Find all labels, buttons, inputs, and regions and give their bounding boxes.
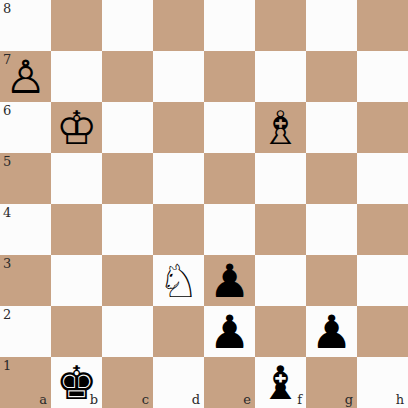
- square-d3[interactable]: ♘: [153, 255, 204, 306]
- square-c3[interactable]: [102, 255, 153, 306]
- square-c4[interactable]: [102, 204, 153, 255]
- square-b2[interactable]: [51, 306, 102, 357]
- file-label-d: d: [192, 392, 200, 407]
- square-g7[interactable]: [306, 51, 357, 102]
- square-e5[interactable]: [204, 153, 255, 204]
- square-g3[interactable]: [306, 255, 357, 306]
- square-d4[interactable]: [153, 204, 204, 255]
- piece-black-bishop[interactable]: ♝: [255, 357, 306, 408]
- square-f2[interactable]: [255, 306, 306, 357]
- square-a8[interactable]: 8: [0, 0, 51, 51]
- square-f5[interactable]: [255, 153, 306, 204]
- square-b1[interactable]: b♚: [51, 357, 102, 408]
- square-c1[interactable]: c: [102, 357, 153, 408]
- file-label-h: h: [396, 392, 404, 407]
- file-label-e: e: [243, 392, 251, 407]
- rank-label-4: 4: [3, 205, 11, 220]
- piece-white-bishop[interactable]: ♗: [255, 102, 306, 153]
- square-a6[interactable]: 6: [0, 102, 51, 153]
- piece-black-pawn[interactable]: ♟: [306, 306, 357, 357]
- file-label-g: g: [345, 392, 353, 407]
- square-a5[interactable]: 5: [0, 153, 51, 204]
- square-g5[interactable]: [306, 153, 357, 204]
- square-f6[interactable]: ♗: [255, 102, 306, 153]
- square-c6[interactable]: [102, 102, 153, 153]
- square-f8[interactable]: [255, 0, 306, 51]
- square-g2[interactable]: ♟: [306, 306, 357, 357]
- rank-label-6: 6: [3, 103, 11, 118]
- square-a3[interactable]: 3: [0, 255, 51, 306]
- square-d2[interactable]: [153, 306, 204, 357]
- rank-label-5: 5: [3, 154, 11, 169]
- rank-label-3: 3: [3, 256, 11, 271]
- square-h2[interactable]: [357, 306, 408, 357]
- square-e8[interactable]: [204, 0, 255, 51]
- chess-board: 87♙6♔♗543♘♟2♟♟1ab♚cdef♝gh: [0, 0, 408, 408]
- square-c2[interactable]: [102, 306, 153, 357]
- square-b7[interactable]: [51, 51, 102, 102]
- square-f1[interactable]: f♝: [255, 357, 306, 408]
- piece-white-knight[interactable]: ♘: [153, 255, 204, 306]
- rank-label-2: 2: [3, 307, 11, 322]
- square-h7[interactable]: [357, 51, 408, 102]
- square-e1[interactable]: e: [204, 357, 255, 408]
- square-h3[interactable]: [357, 255, 408, 306]
- square-h1[interactable]: h: [357, 357, 408, 408]
- piece-white-pawn[interactable]: ♙: [0, 51, 51, 102]
- square-d6[interactable]: [153, 102, 204, 153]
- square-h5[interactable]: [357, 153, 408, 204]
- square-b3[interactable]: [51, 255, 102, 306]
- square-e2[interactable]: ♟: [204, 306, 255, 357]
- piece-black-pawn[interactable]: ♟: [204, 306, 255, 357]
- square-h8[interactable]: [357, 0, 408, 51]
- piece-black-king[interactable]: ♚: [51, 357, 102, 408]
- square-f4[interactable]: [255, 204, 306, 255]
- square-h4[interactable]: [357, 204, 408, 255]
- square-b5[interactable]: [51, 153, 102, 204]
- square-g6[interactable]: [306, 102, 357, 153]
- file-label-c: c: [142, 392, 149, 407]
- piece-black-pawn[interactable]: ♟: [204, 255, 255, 306]
- square-a7[interactable]: 7♙: [0, 51, 51, 102]
- square-g8[interactable]: [306, 0, 357, 51]
- rank-label-8: 8: [3, 1, 11, 16]
- square-c7[interactable]: [102, 51, 153, 102]
- square-a1[interactable]: 1a: [0, 357, 51, 408]
- square-g1[interactable]: g: [306, 357, 357, 408]
- file-label-a: a: [39, 392, 47, 407]
- rank-label-1: 1: [3, 358, 11, 373]
- chess-board-container: 87♙6♔♗543♘♟2♟♟1ab♚cdef♝gh: [0, 0, 408, 408]
- square-e4[interactable]: [204, 204, 255, 255]
- square-c5[interactable]: [102, 153, 153, 204]
- piece-white-king[interactable]: ♔: [51, 102, 102, 153]
- square-b8[interactable]: [51, 0, 102, 51]
- square-f3[interactable]: [255, 255, 306, 306]
- square-a4[interactable]: 4: [0, 204, 51, 255]
- square-e7[interactable]: [204, 51, 255, 102]
- square-d5[interactable]: [153, 153, 204, 204]
- square-c8[interactable]: [102, 0, 153, 51]
- square-d8[interactable]: [153, 0, 204, 51]
- square-e3[interactable]: ♟: [204, 255, 255, 306]
- square-b6[interactable]: ♔: [51, 102, 102, 153]
- square-b4[interactable]: [51, 204, 102, 255]
- square-a2[interactable]: 2: [0, 306, 51, 357]
- square-d7[interactable]: [153, 51, 204, 102]
- square-g4[interactable]: [306, 204, 357, 255]
- square-e6[interactable]: [204, 102, 255, 153]
- square-h6[interactable]: [357, 102, 408, 153]
- square-f7[interactable]: [255, 51, 306, 102]
- square-d1[interactable]: d: [153, 357, 204, 408]
